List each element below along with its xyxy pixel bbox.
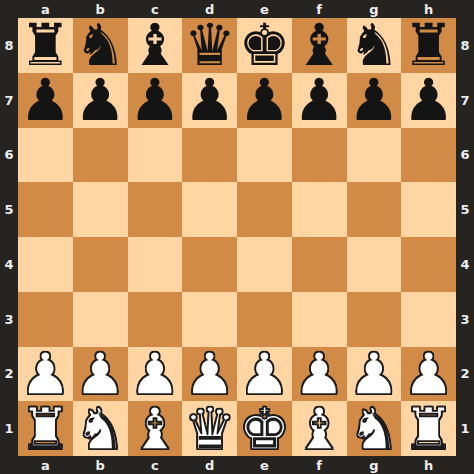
square-f3[interactable]	[292, 292, 347, 347]
piece-white-rook[interactable]: ♜	[403, 400, 455, 458]
square-h5[interactable]	[401, 182, 456, 237]
square-g6[interactable]	[347, 128, 402, 183]
right-rank-label-2: 2	[456, 347, 474, 402]
square-c3[interactable]	[128, 292, 183, 347]
corner-spacer	[456, 0, 474, 18]
square-e4[interactable]	[237, 237, 292, 292]
left-rank-label-1: 1	[0, 401, 18, 456]
square-c6[interactable]	[128, 128, 183, 183]
square-d7[interactable]: ♟	[182, 73, 237, 128]
right-rank-label-6: 6	[456, 128, 474, 183]
piece-black-pawn[interactable]: ♟	[293, 71, 345, 129]
square-a8[interactable]: ♜	[18, 18, 73, 73]
square-e2[interactable]: ♟	[237, 347, 292, 402]
piece-black-pawn[interactable]: ♟	[74, 71, 126, 129]
bottom-file-label-e: e	[237, 456, 292, 474]
chess-board: abcdefgh8♜♞♝♛♚♝♞♜87♟♟♟♟♟♟♟♟7665544332♟♟♟…	[0, 0, 474, 474]
square-e7[interactable]: ♟	[237, 73, 292, 128]
square-c2[interactable]: ♟	[128, 347, 183, 402]
piece-black-pawn[interactable]: ♟	[129, 71, 181, 129]
square-g5[interactable]	[347, 182, 402, 237]
square-d2[interactable]: ♟	[182, 347, 237, 402]
square-e6[interactable]	[237, 128, 292, 183]
square-h7[interactable]: ♟	[401, 73, 456, 128]
piece-white-bishop[interactable]: ♝	[129, 400, 181, 458]
square-h6[interactable]	[401, 128, 456, 183]
piece-black-pawn[interactable]: ♟	[403, 71, 455, 129]
square-g7[interactable]: ♟	[347, 73, 402, 128]
square-c5[interactable]	[128, 182, 183, 237]
square-g8[interactable]: ♞	[347, 18, 402, 73]
square-b2[interactable]: ♟	[73, 347, 128, 402]
square-f8[interactable]: ♝	[292, 18, 347, 73]
square-d5[interactable]	[182, 182, 237, 237]
square-d3[interactable]	[182, 292, 237, 347]
square-a7[interactable]: ♟	[18, 73, 73, 128]
piece-black-pawn[interactable]: ♟	[19, 71, 71, 129]
piece-white-king[interactable]: ♚	[238, 400, 290, 458]
square-g2[interactable]: ♟	[347, 347, 402, 402]
square-f5[interactable]	[292, 182, 347, 237]
square-b1[interactable]: ♞	[73, 401, 128, 456]
left-rank-label-3: 3	[0, 292, 18, 347]
square-a2[interactable]: ♟	[18, 347, 73, 402]
square-e1[interactable]: ♚	[237, 401, 292, 456]
right-rank-label-8: 8	[456, 18, 474, 73]
left-rank-label-2: 2	[0, 347, 18, 402]
square-d1[interactable]: ♛	[182, 401, 237, 456]
square-g1[interactable]: ♞	[347, 401, 402, 456]
square-h8[interactable]: ♜	[401, 18, 456, 73]
square-e5[interactable]	[237, 182, 292, 237]
piece-white-rook[interactable]: ♜	[19, 400, 71, 458]
square-b4[interactable]	[73, 237, 128, 292]
piece-black-pawn[interactable]: ♟	[348, 71, 400, 129]
square-h4[interactable]	[401, 237, 456, 292]
left-rank-label-5: 5	[0, 182, 18, 237]
square-e8[interactable]: ♚	[237, 18, 292, 73]
square-b8[interactable]: ♞	[73, 18, 128, 73]
corner-spacer	[456, 456, 474, 474]
corner-spacer	[0, 0, 18, 18]
corner-spacer	[0, 456, 18, 474]
left-rank-label-7: 7	[0, 73, 18, 128]
square-f4[interactable]	[292, 237, 347, 292]
right-rank-label-7: 7	[456, 73, 474, 128]
square-a1[interactable]: ♜	[18, 401, 73, 456]
square-b7[interactable]: ♟	[73, 73, 128, 128]
square-c8[interactable]: ♝	[128, 18, 183, 73]
bottom-file-label-b: b	[73, 456, 128, 474]
square-f1[interactable]: ♝	[292, 401, 347, 456]
right-rank-label-1: 1	[456, 401, 474, 456]
square-c7[interactable]: ♟	[128, 73, 183, 128]
square-b5[interactable]	[73, 182, 128, 237]
square-d6[interactable]	[182, 128, 237, 183]
bottom-file-label-d: d	[182, 456, 237, 474]
right-rank-label-5: 5	[456, 182, 474, 237]
square-h3[interactable]	[401, 292, 456, 347]
right-rank-label-3: 3	[456, 292, 474, 347]
piece-white-bishop[interactable]: ♝	[293, 400, 345, 458]
square-f6[interactable]	[292, 128, 347, 183]
left-rank-label-4: 4	[0, 237, 18, 292]
square-g4[interactable]	[347, 237, 402, 292]
right-rank-label-4: 4	[456, 237, 474, 292]
piece-white-knight[interactable]: ♞	[348, 400, 400, 458]
left-rank-label-6: 6	[0, 128, 18, 183]
square-a3[interactable]	[18, 292, 73, 347]
square-f7[interactable]: ♟	[292, 73, 347, 128]
square-e3[interactable]	[237, 292, 292, 347]
square-a5[interactable]	[18, 182, 73, 237]
bottom-file-label-h: h	[401, 456, 456, 474]
bottom-file-label-c: c	[128, 456, 183, 474]
square-c1[interactable]: ♝	[128, 401, 183, 456]
piece-white-knight[interactable]: ♞	[74, 400, 126, 458]
square-a6[interactable]	[18, 128, 73, 183]
square-g3[interactable]	[347, 292, 402, 347]
bottom-file-label-f: f	[292, 456, 347, 474]
square-d4[interactable]	[182, 237, 237, 292]
square-d8[interactable]: ♛	[182, 18, 237, 73]
square-h1[interactable]: ♜	[401, 401, 456, 456]
square-b3[interactable]	[73, 292, 128, 347]
square-b6[interactable]	[73, 128, 128, 183]
piece-black-pawn[interactable]: ♟	[184, 71, 236, 129]
square-c4[interactable]	[128, 237, 183, 292]
bottom-file-label-g: g	[347, 456, 402, 474]
bottom-file-label-a: a	[18, 456, 73, 474]
square-f2[interactable]: ♟	[292, 347, 347, 402]
square-h2[interactable]: ♟	[401, 347, 456, 402]
square-a4[interactable]	[18, 237, 73, 292]
piece-white-queen[interactable]: ♛	[184, 400, 236, 458]
piece-black-pawn[interactable]: ♟	[238, 71, 290, 129]
left-rank-label-8: 8	[0, 18, 18, 73]
